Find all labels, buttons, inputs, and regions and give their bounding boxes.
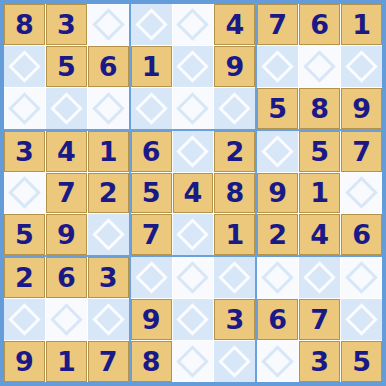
cell-r6c5[interactable] xyxy=(173,214,214,255)
diamond-outline-icon xyxy=(50,92,83,125)
cell-r3c1[interactable] xyxy=(4,88,45,129)
cell-r9c7[interactable] xyxy=(257,341,298,382)
diamond-outline-icon xyxy=(177,303,210,336)
cell-r7c2: 6 xyxy=(46,257,87,298)
diamond-outline-icon xyxy=(262,345,295,378)
cell-r2c7[interactable] xyxy=(257,46,298,87)
cell-r1c9: 1 xyxy=(341,4,382,45)
diamond-outline-icon xyxy=(177,92,210,125)
diamond-outline-icon xyxy=(345,303,378,336)
cell-r6c9: 6 xyxy=(341,214,382,255)
cell-r8c2[interactable] xyxy=(46,299,87,340)
cell-r2c4: 1 xyxy=(131,46,172,87)
diamond-outline-icon xyxy=(219,262,252,295)
block-3-1: 263917 xyxy=(4,257,129,382)
block-2-1: 3417259 xyxy=(4,131,129,256)
cell-r5c9[interactable] xyxy=(341,173,382,214)
diamond-outline-icon xyxy=(177,135,210,168)
cell-r1c3[interactable] xyxy=(88,4,129,45)
diamond-outline-icon xyxy=(135,8,168,41)
cell-r1c1: 8 xyxy=(4,4,45,45)
cell-r8c6: 3 xyxy=(214,299,255,340)
diamond-outline-icon xyxy=(8,50,41,83)
block-1-1: 8356 xyxy=(4,4,129,129)
cell-r9c9: 5 xyxy=(341,341,382,382)
diamond-outline-icon xyxy=(92,219,125,252)
diamond-outline-icon xyxy=(8,303,41,336)
diamond-outline-icon xyxy=(92,92,125,125)
cell-r8c5[interactable] xyxy=(173,299,214,340)
cell-r7c3: 3 xyxy=(88,257,129,298)
diamond-outline-icon xyxy=(177,345,210,378)
cell-r7c8[interactable] xyxy=(299,257,340,298)
diamond-outline-icon xyxy=(50,303,83,336)
cell-r9c3: 7 xyxy=(88,341,129,382)
diamond-outline-icon xyxy=(135,92,168,125)
diamond-outline-icon xyxy=(92,8,125,41)
diamond-outline-icon xyxy=(219,92,252,125)
cell-r1c7: 7 xyxy=(257,4,298,45)
diamond-outline-icon xyxy=(345,50,378,83)
cell-r2c5[interactable] xyxy=(173,46,214,87)
cell-r6c8: 4 xyxy=(299,214,340,255)
cell-r8c4: 9 xyxy=(131,299,172,340)
cell-r4c4: 6 xyxy=(131,131,172,172)
cell-r1c6: 4 xyxy=(214,4,255,45)
diamond-outline-icon xyxy=(345,177,378,210)
cell-r6c7: 2 xyxy=(257,214,298,255)
cell-r3c8: 8 xyxy=(299,88,340,129)
cell-r7c4[interactable] xyxy=(131,257,172,298)
cell-r2c3: 6 xyxy=(88,46,129,87)
cell-r7c5[interactable] xyxy=(173,257,214,298)
cell-r9c1: 9 xyxy=(4,341,45,382)
cell-r1c8: 6 xyxy=(299,4,340,45)
diamond-outline-icon xyxy=(262,50,295,83)
cell-r4c7[interactable] xyxy=(257,131,298,172)
cell-r7c7[interactable] xyxy=(257,257,298,298)
cell-r3c4[interactable] xyxy=(131,88,172,129)
cell-r8c7: 6 xyxy=(257,299,298,340)
cell-r2c1[interactable] xyxy=(4,46,45,87)
cell-r5c1[interactable] xyxy=(4,173,45,214)
diamond-outline-icon xyxy=(177,50,210,83)
diamond-outline-icon xyxy=(262,262,295,295)
cell-r8c8: 7 xyxy=(299,299,340,340)
cell-r2c8[interactable] xyxy=(299,46,340,87)
diamond-outline-icon xyxy=(345,262,378,295)
diamond-outline-icon xyxy=(8,177,41,210)
diamond-outline-icon xyxy=(177,8,210,41)
cell-r4c3: 1 xyxy=(88,131,129,172)
block-2-3: 5791246 xyxy=(257,131,382,256)
block-1-2: 419 xyxy=(131,4,256,129)
diamond-outline-icon xyxy=(262,135,295,168)
cell-r3c2[interactable] xyxy=(46,88,87,129)
cell-r9c5[interactable] xyxy=(173,341,214,382)
diamond-outline-icon xyxy=(177,219,210,252)
diamond-outline-icon xyxy=(303,262,336,295)
diamond-outline-icon xyxy=(135,262,168,295)
cell-r3c5[interactable] xyxy=(173,88,214,129)
cell-r3c7: 5 xyxy=(257,88,298,129)
cell-r4c2: 4 xyxy=(46,131,87,172)
cell-r1c2: 3 xyxy=(46,4,87,45)
cell-r8c9[interactable] xyxy=(341,299,382,340)
diamond-outline-icon xyxy=(303,50,336,83)
cell-r2c6: 9 xyxy=(214,46,255,87)
cell-r9c8: 3 xyxy=(299,341,340,382)
diamond-outline-icon xyxy=(177,262,210,295)
cell-r4c8: 5 xyxy=(299,131,340,172)
cell-r9c4: 8 xyxy=(131,341,172,382)
cell-r7c6[interactable] xyxy=(214,257,255,298)
cell-r5c3: 2 xyxy=(88,173,129,214)
cell-r5c6: 8 xyxy=(214,173,255,214)
cell-r2c2: 5 xyxy=(46,46,87,87)
sudoku-board: 8356419761589341725962548715791246263917… xyxy=(0,0,386,386)
cell-r7c9[interactable] xyxy=(341,257,382,298)
cell-r7c1: 2 xyxy=(4,257,45,298)
block-1-3: 761589 xyxy=(257,4,382,129)
cell-r5c2: 7 xyxy=(46,173,87,214)
cell-r8c3[interactable] xyxy=(88,299,129,340)
cell-r3c3[interactable] xyxy=(88,88,129,129)
cell-r6c1: 5 xyxy=(4,214,45,255)
block-3-2: 938 xyxy=(131,257,256,382)
block-2-2: 6254871 xyxy=(131,131,256,256)
cell-r5c5: 4 xyxy=(173,173,214,214)
block-3-3: 6735 xyxy=(257,257,382,382)
cell-r1c5[interactable] xyxy=(173,4,214,45)
cell-r1c4[interactable] xyxy=(131,4,172,45)
cell-r2c9[interactable] xyxy=(341,46,382,87)
cell-r8c1[interactable] xyxy=(4,299,45,340)
cell-r6c4: 7 xyxy=(131,214,172,255)
cell-r5c4: 5 xyxy=(131,173,172,214)
cell-r9c6[interactable] xyxy=(214,341,255,382)
diamond-outline-icon xyxy=(219,345,252,378)
cell-r5c8: 1 xyxy=(299,173,340,214)
cell-r6c2: 9 xyxy=(46,214,87,255)
cell-r3c6[interactable] xyxy=(214,88,255,129)
diamond-outline-icon xyxy=(8,92,41,125)
cell-r6c6: 1 xyxy=(214,214,255,255)
cell-r3c9: 9 xyxy=(341,88,382,129)
cell-r5c7: 9 xyxy=(257,173,298,214)
cell-r9c2: 1 xyxy=(46,341,87,382)
cell-r4c6: 2 xyxy=(214,131,255,172)
cell-r4c9: 7 xyxy=(341,131,382,172)
diamond-outline-icon xyxy=(92,303,125,336)
cell-r6c3[interactable] xyxy=(88,214,129,255)
cell-r4c5[interactable] xyxy=(173,131,214,172)
cell-r4c1: 3 xyxy=(4,131,45,172)
